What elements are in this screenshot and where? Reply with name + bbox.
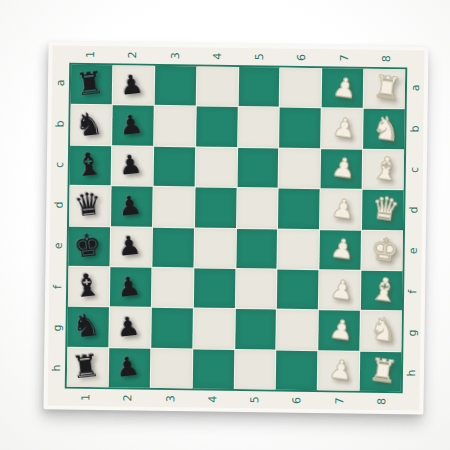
rank-label-bottom-7: 7 (330, 380, 348, 422)
rank-label-bottom-1: 1 (77, 376, 95, 418)
square-e6[interactable] (278, 229, 319, 269)
piece-white-pawn-g7[interactable]: ♟ (328, 315, 355, 344)
piece-black-knight-g1[interactable]: ♞ (70, 309, 101, 343)
file-label-right-g: g (392, 324, 433, 342)
square-c2[interactable]: ♟ (111, 146, 152, 186)
piece-black-queen-d1[interactable]: ♛ (72, 188, 103, 222)
square-g4[interactable] (193, 309, 234, 349)
square-b2[interactable]: ♟ (112, 106, 153, 146)
square-a6[interactable] (280, 68, 321, 108)
piece-white-pawn-b7[interactable]: ♟ (331, 113, 358, 142)
square-f6[interactable] (277, 269, 318, 309)
rank-label-bottom-8: 8 (373, 380, 391, 422)
square-e2[interactable]: ♟ (110, 227, 151, 267)
square-f5[interactable] (235, 269, 276, 309)
square-g6[interactable] (277, 310, 318, 350)
square-f4[interactable] (194, 268, 235, 308)
file-label-right-c: c (394, 161, 435, 179)
piece-black-bishop-c1[interactable]: ♝ (73, 148, 104, 182)
chess-mat: 12345678 abcdefgh ♜♟♟♜♞♟♟♞♝♟♟♝♛♟♟♛♚♟♟♚♝♟… (43, 41, 428, 414)
square-d6[interactable] (278, 189, 319, 229)
rank-label-bottom-3: 3 (161, 377, 179, 419)
mat-corner-bottom-left (48, 388, 65, 405)
square-c6[interactable] (279, 148, 320, 188)
file-label-right-e: e (393, 242, 434, 260)
square-e3[interactable] (152, 227, 193, 267)
square-c3[interactable] (153, 147, 194, 187)
square-c4[interactable] (195, 147, 236, 187)
piece-black-rook-a1[interactable]: ♜ (74, 67, 105, 101)
piece-white-pawn-e7[interactable]: ♟ (329, 234, 356, 263)
square-g3[interactable] (151, 308, 192, 348)
square-a3[interactable] (154, 66, 195, 106)
file-label-right-h: h (391, 364, 432, 382)
square-b3[interactable] (154, 106, 195, 146)
square-g7[interactable]: ♟ (319, 310, 360, 350)
square-d1[interactable]: ♛ (69, 186, 110, 226)
square-d5[interactable] (237, 188, 278, 228)
file-label-right-d: d (393, 201, 434, 219)
rank-label-bottom-4: 4 (204, 378, 222, 420)
file-label-right-a: a (395, 79, 436, 97)
piece-black-pawn-g2[interactable]: ♟ (115, 313, 141, 341)
square-c7[interactable]: ♟ (321, 149, 362, 189)
piece-black-pawn-a2[interactable]: ♟ (118, 70, 144, 98)
square-b1[interactable]: ♞ (70, 105, 111, 145)
square-d2[interactable]: ♟ (111, 186, 152, 226)
piece-white-pawn-a7[interactable]: ♟ (331, 73, 358, 102)
square-c1[interactable]: ♝ (70, 145, 111, 185)
square-a1[interactable]: ♜ (71, 65, 112, 105)
piece-black-pawn-b2[interactable]: ♟ (118, 111, 144, 139)
mat-corner-top-right (407, 50, 424, 67)
file-label-right-f: f (392, 283, 433, 301)
square-a7[interactable]: ♟ (322, 68, 363, 108)
piece-black-bishop-f1[interactable]: ♝ (71, 269, 102, 303)
square-d7[interactable]: ♟ (320, 189, 361, 229)
product-photo-background: { "game": "chess", "scene": "Overhead ph… (0, 0, 450, 450)
piece-black-knight-b1[interactable]: ♞ (73, 107, 104, 141)
square-a2[interactable]: ♟ (113, 65, 154, 105)
square-e4[interactable] (194, 228, 235, 268)
board-field: ♜♟♟♜♞♟♟♞♝♟♟♝♛♟♟♛♚♟♟♚♝♟♟♝♞♟♟♞♜♟♟♜ (65, 63, 408, 394)
rank-label-bottom-5: 5 (246, 379, 264, 421)
square-b4[interactable] (196, 107, 237, 147)
square-d4[interactable] (195, 188, 236, 228)
square-a5[interactable] (238, 67, 279, 107)
rank-label-bottom-6: 6 (288, 379, 306, 421)
square-g2[interactable]: ♟ (109, 307, 150, 347)
square-b6[interactable] (280, 108, 321, 148)
piece-white-pawn-c7[interactable]: ♟ (330, 154, 357, 183)
piece-black-king-e1[interactable]: ♚ (72, 228, 103, 262)
square-a4[interactable] (196, 66, 237, 106)
rank-labels-bottom: 12345678 (65, 389, 403, 411)
piece-black-pawn-f2[interactable]: ♟ (115, 272, 141, 300)
square-e7[interactable]: ♟ (320, 230, 361, 270)
square-f7[interactable]: ♟ (319, 270, 360, 310)
piece-white-pawn-f7[interactable]: ♟ (329, 275, 356, 304)
piece-black-pawn-c2[interactable]: ♟ (117, 151, 143, 179)
square-f2[interactable]: ♟ (110, 267, 151, 307)
file-labels-right: abcdefgh (403, 67, 425, 393)
square-e5[interactable] (236, 229, 277, 269)
square-d3[interactable] (153, 187, 194, 227)
piece-black-pawn-e2[interactable]: ♟ (116, 232, 142, 260)
rank-label-bottom-2: 2 (119, 377, 137, 419)
file-label-right-b: b (394, 120, 435, 138)
piece-black-pawn-d2[interactable]: ♟ (117, 191, 143, 219)
square-g5[interactable] (235, 309, 276, 349)
square-c5[interactable] (237, 148, 278, 188)
square-f3[interactable] (152, 268, 193, 308)
square-f1[interactable]: ♝ (68, 267, 109, 307)
mat-corner-bottom-right (402, 393, 419, 410)
square-b7[interactable]: ♟ (321, 109, 362, 149)
square-e1[interactable]: ♚ (68, 226, 109, 266)
square-g1[interactable]: ♞ (67, 307, 108, 347)
piece-white-pawn-d7[interactable]: ♟ (330, 194, 357, 223)
mat-corner-top-left (52, 45, 69, 62)
square-b5[interactable] (238, 107, 279, 147)
